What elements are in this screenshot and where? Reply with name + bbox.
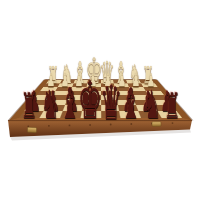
black-pawn: ♟ [99,92,121,116]
black-pawn: ♟ [137,92,159,116]
piece-glyph: ♜ [47,63,58,87]
white-pawn: ♟ [58,75,71,90]
black-knight: ♞ [137,91,167,124]
piece-glyph: ♞ [40,85,58,124]
piece-glyph: ♟ [141,87,154,115]
piece-glyph: ♟ [61,72,69,90]
piece-glyph: ♜ [21,88,38,123]
piece-glyph: ♞ [60,62,72,88]
black-knight: ♞ [35,91,65,124]
piece-glyph: ♝ [73,59,87,89]
white-bishop: ♝ [69,63,91,88]
white-knight: ♞ [57,66,77,88]
chess-set-photo: ♜♞♝♛♚♝♞♜♟♟♟♟♟♟♟♟♟♟♟♟♟♟♟♟♜♞♝♛♚♝♞♜ [0,0,200,200]
black-queen: ♛ [93,86,129,126]
piece-glyph: ♜ [164,88,181,123]
black-pawn: ♟ [23,92,45,116]
piece-glyph: ♜ [143,63,154,87]
white-king: ♚ [80,59,107,89]
piece-glyph: ♟ [46,87,59,115]
piece-glyph: ♟ [122,87,135,115]
black-king: ♚ [71,82,110,126]
white-pawn: ♟ [115,75,128,90]
white-knight: ♞ [125,66,145,88]
piece-glyph: ♞ [142,85,160,124]
piece-glyph: ♟ [118,72,126,90]
black-bishop: ♝ [115,89,147,125]
white-queen: ♛ [95,62,119,89]
piece-glyph: ♚ [85,54,102,89]
white-pawn: ♟ [72,75,85,90]
white-bishop: ♝ [110,63,132,88]
piece-glyph: ♞ [128,62,140,88]
white-pawn: ♟ [144,75,157,90]
piece-glyph: ♝ [60,82,80,124]
piece-glyph: ♟ [75,72,83,90]
piece-glyph: ♟ [65,87,78,115]
piece-glyph: ♛ [100,57,115,89]
black-pawn: ♟ [80,92,102,116]
piece-glyph: ♝ [121,82,141,124]
black-bishop: ♝ [54,89,86,125]
piece-glyph: ♟ [103,87,116,115]
piece-glyph: ♟ [46,72,54,90]
black-rook: ♜ [158,94,185,124]
piece-glyph: ♟ [103,72,111,90]
white-pawn: ♟ [101,75,114,90]
piece-glyph: ♛ [100,78,122,125]
piece-glyph: ♚ [78,74,102,126]
piece-glyph: ♟ [146,72,154,90]
piece-glyph: ♟ [161,87,174,115]
black-pawn: ♟ [118,92,140,116]
white-pawn: ♟ [129,75,142,90]
pieces-layer: ♜♞♝♛♚♝♞♜♟♟♟♟♟♟♟♟♟♟♟♟♟♟♟♟♜♞♝♛♚♝♞♜ [0,0,200,200]
white-pawn: ♟ [87,75,100,90]
black-pawn: ♟ [156,92,178,116]
white-rook: ♜ [139,67,157,87]
piece-glyph: ♟ [27,87,40,115]
white-pawn: ♟ [44,75,57,90]
white-rook: ♜ [44,67,62,87]
piece-glyph: ♟ [132,72,140,90]
piece-glyph: ♟ [89,72,97,90]
piece-glyph: ♟ [84,87,97,115]
black-pawn: ♟ [61,92,83,116]
piece-glyph: ♝ [114,59,128,89]
black-pawn: ♟ [42,92,64,116]
black-rook: ♜ [16,94,43,124]
